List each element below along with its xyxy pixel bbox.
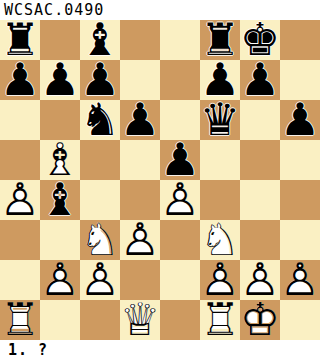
square-g3[interactable] [240, 220, 280, 260]
black-knight[interactable]: ♞ [80, 100, 120, 140]
square-b4[interactable]: ♝ [40, 180, 80, 220]
white-piece-fill: ♟ [280, 260, 320, 300]
black-rook[interactable]: ♜ [0, 20, 40, 60]
square-e7[interactable] [160, 60, 200, 100]
square-c8[interactable]: ♝ [80, 20, 120, 60]
white-pawn[interactable]: ♙ [280, 260, 320, 300]
square-c3[interactable]: ♞♘ [80, 220, 120, 260]
white-piece-fill: ♜ [0, 300, 40, 340]
chess-board: ♜♝♜♚♟♟♟♟♟♞♟♛♟♝♗♟♟♙♝♟♙♞♘♟♙♞♘♟♙♟♙♟♙♟♙♟♙♜♖♛… [0, 20, 320, 340]
white-pawn[interactable]: ♙ [40, 260, 80, 300]
black-pawn[interactable]: ♟ [200, 60, 240, 100]
square-b6[interactable] [40, 100, 80, 140]
white-knight[interactable]: ♘ [200, 220, 240, 260]
black-rook[interactable]: ♜ [200, 20, 240, 60]
square-h5[interactable] [280, 140, 320, 180]
square-a8[interactable]: ♜ [0, 20, 40, 60]
square-c2[interactable]: ♟♙ [80, 260, 120, 300]
white-bishop[interactable]: ♗ [40, 140, 80, 180]
square-d7[interactable] [120, 60, 160, 100]
square-c6[interactable]: ♞ [80, 100, 120, 140]
square-a6[interactable] [0, 100, 40, 140]
white-piece-fill: ♟ [160, 180, 200, 220]
square-g7[interactable]: ♟ [240, 60, 280, 100]
black-pawn[interactable]: ♟ [280, 100, 320, 140]
white-piece-fill: ♞ [200, 220, 240, 260]
white-piece-fill: ♟ [200, 260, 240, 300]
white-king[interactable]: ♔ [240, 300, 280, 340]
chess-app-window: WCSAC.0490 ♜♝♜♚♟♟♟♟♟♞♟♛♟♝♗♟♟♙♝♟♙♞♘♟♙♞♘♟♙… [0, 0, 320, 360]
square-h2[interactable]: ♟♙ [280, 260, 320, 300]
black-king[interactable]: ♚ [240, 20, 280, 60]
square-c5[interactable] [80, 140, 120, 180]
black-bishop[interactable]: ♝ [80, 20, 120, 60]
square-c4[interactable] [80, 180, 120, 220]
black-pawn[interactable]: ♟ [0, 60, 40, 100]
white-piece-fill: ♟ [0, 180, 40, 220]
white-pawn[interactable]: ♙ [160, 180, 200, 220]
square-h7[interactable] [280, 60, 320, 100]
square-g8[interactable]: ♚ [240, 20, 280, 60]
white-pawn[interactable]: ♙ [80, 260, 120, 300]
white-piece-fill: ♞ [80, 220, 120, 260]
black-pawn[interactable]: ♟ [120, 100, 160, 140]
square-e5[interactable]: ♟ [160, 140, 200, 180]
white-piece-fill: ♛ [120, 300, 160, 340]
square-d6[interactable]: ♟ [120, 100, 160, 140]
square-d3[interactable]: ♟♙ [120, 220, 160, 260]
square-c1[interactable] [80, 300, 120, 340]
white-piece-fill: ♟ [240, 260, 280, 300]
square-d4[interactable] [120, 180, 160, 220]
square-a1[interactable]: ♜♖ [0, 300, 40, 340]
square-e3[interactable] [160, 220, 200, 260]
square-e6[interactable] [160, 100, 200, 140]
white-piece-fill: ♟ [80, 260, 120, 300]
square-b3[interactable] [40, 220, 80, 260]
white-pawn[interactable]: ♙ [200, 260, 240, 300]
square-g5[interactable] [240, 140, 280, 180]
square-a4[interactable]: ♟♙ [0, 180, 40, 220]
white-pawn[interactable]: ♙ [0, 180, 40, 220]
white-rook[interactable]: ♖ [0, 300, 40, 340]
black-pawn[interactable]: ♟ [80, 60, 120, 100]
square-d1[interactable]: ♛♕ [120, 300, 160, 340]
square-c7[interactable]: ♟ [80, 60, 120, 100]
square-h4[interactable] [280, 180, 320, 220]
square-g6[interactable] [240, 100, 280, 140]
square-e1[interactable] [160, 300, 200, 340]
black-bishop[interactable]: ♝ [40, 180, 80, 220]
square-f4[interactable] [200, 180, 240, 220]
white-piece-fill: ♟ [40, 260, 80, 300]
square-e2[interactable] [160, 260, 200, 300]
move-prompt: 1. ? [0, 340, 320, 360]
white-pawn[interactable]: ♙ [120, 220, 160, 260]
white-knight[interactable]: ♘ [80, 220, 120, 260]
white-piece-fill: ♜ [200, 300, 240, 340]
square-f1[interactable]: ♜♖ [200, 300, 240, 340]
square-h1[interactable] [280, 300, 320, 340]
black-pawn[interactable]: ♟ [240, 60, 280, 100]
square-a3[interactable] [0, 220, 40, 260]
square-d2[interactable] [120, 260, 160, 300]
square-d8[interactable] [120, 20, 160, 60]
square-b2[interactable]: ♟♙ [40, 260, 80, 300]
square-e4[interactable]: ♟♙ [160, 180, 200, 220]
white-piece-fill: ♚ [240, 300, 280, 340]
square-b8[interactable] [40, 20, 80, 60]
square-h8[interactable] [280, 20, 320, 60]
square-g4[interactable] [240, 180, 280, 220]
square-b7[interactable]: ♟ [40, 60, 80, 100]
square-f6[interactable]: ♛ [200, 100, 240, 140]
white-piece-fill: ♝ [40, 140, 80, 180]
white-piece-fill: ♟ [120, 220, 160, 260]
square-d5[interactable] [120, 140, 160, 180]
black-queen[interactable]: ♛ [200, 100, 240, 140]
square-a5[interactable] [0, 140, 40, 180]
square-g2[interactable]: ♟♙ [240, 260, 280, 300]
square-a2[interactable] [0, 260, 40, 300]
square-b1[interactable] [40, 300, 80, 340]
square-f3[interactable]: ♞♘ [200, 220, 240, 260]
square-f2[interactable]: ♟♙ [200, 260, 240, 300]
square-f8[interactable]: ♜ [200, 20, 240, 60]
square-a7[interactable]: ♟ [0, 60, 40, 100]
square-e8[interactable] [160, 20, 200, 60]
square-h3[interactable] [280, 220, 320, 260]
square-f7[interactable]: ♟ [200, 60, 240, 100]
white-queen[interactable]: ♕ [120, 300, 160, 340]
square-g1[interactable]: ♚♔ [240, 300, 280, 340]
page-title: WCSAC.0490 [0, 0, 320, 20]
white-rook[interactable]: ♖ [200, 300, 240, 340]
black-pawn[interactable]: ♟ [160, 140, 200, 180]
square-b5[interactable]: ♝♗ [40, 140, 80, 180]
white-pawn[interactable]: ♙ [240, 260, 280, 300]
black-pawn[interactable]: ♟ [40, 60, 80, 100]
square-h6[interactable]: ♟ [280, 100, 320, 140]
square-f5[interactable] [200, 140, 240, 180]
